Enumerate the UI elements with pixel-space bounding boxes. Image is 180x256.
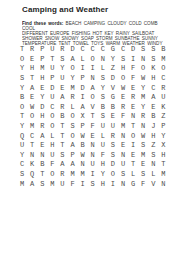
grid-cell-r6c3: Y (37, 93, 47, 103)
grid-cell-r15c15: N (158, 179, 168, 189)
grid-cell-r1c13: S (138, 45, 148, 55)
grid-cell-r15c7: I (78, 179, 88, 189)
grid-cell-r10c4: L (47, 131, 57, 141)
grid-cell-r6c1: B (17, 93, 27, 103)
grid-cell-r5c15: R (158, 83, 168, 93)
grid-cell-r5c6: M (67, 83, 77, 93)
grid-cell-r6c2: E (27, 93, 37, 103)
grid-cell-r10c11: N (118, 131, 128, 141)
grid-cell-r6c14: A (148, 93, 158, 103)
grid-cell-r12c9: F (98, 151, 108, 161)
page-title: Camping and Weather (22, 5, 108, 14)
grid-cell-r8c12: N (128, 112, 138, 122)
grid-cell-r14c12: L (128, 170, 138, 180)
grid-cell-r5c14: C (148, 83, 158, 93)
grid-cell-r9c3: R (37, 122, 47, 132)
grid-cell-r10c2: C (27, 131, 37, 141)
grid-cell-r13c2: K (27, 160, 37, 170)
grid-cell-r4c10: D (108, 74, 118, 84)
grid-cell-r15c12: G (128, 179, 138, 189)
grid-cell-r1c4: U (47, 45, 57, 55)
grid-cell-r3c5: Y (57, 64, 67, 74)
grid-cell-r6c15: U (158, 93, 168, 103)
grid-cell-r13c11: U (118, 160, 128, 170)
grid-cell-r12c11: N (118, 151, 128, 161)
grid-cell-r1c1: T (17, 45, 27, 55)
grid-cell-r2c14: S (148, 55, 158, 65)
grid-cell-r5c13: Y (138, 83, 148, 93)
grid-cell-r10c15: Y (158, 131, 168, 141)
grid-cell-r4c4: P (47, 74, 57, 84)
grid-cell-r14c5: R (57, 170, 67, 180)
grid-cell-r3c13: O (138, 64, 148, 74)
grid-cell-r2c8: O (88, 55, 98, 65)
grid-cell-r1c7: C (78, 45, 88, 55)
grid-cell-r3c7: I (78, 64, 88, 74)
grid-cell-r15c2: A (27, 179, 37, 189)
grid-cell-r6c4: U (47, 93, 57, 103)
grid-cell-r15c8: S (88, 179, 98, 189)
grid-cell-r10c14: H (148, 131, 158, 141)
grid-cell-r13c9: H (98, 160, 108, 170)
grid-cell-r4c2: T (27, 74, 37, 84)
grid-cell-r12c10: S (108, 151, 118, 161)
grid-cell-r14c11: S (118, 170, 128, 180)
grid-cell-r15c3: S (37, 179, 47, 189)
grid-cell-r5c7: D (78, 83, 88, 93)
grid-cell-r6c5: A (57, 93, 67, 103)
grid-cell-r7c7: A (78, 103, 88, 113)
grid-cell-r14c3: T (37, 170, 47, 180)
grid-cell-r2c9: N (98, 55, 108, 65)
grid-cell-r13c7: N (78, 160, 88, 170)
grid-cell-r1c9: C (98, 45, 108, 55)
grid-cell-r6c9: S (98, 93, 108, 103)
grid-cell-r7c1: O (17, 103, 27, 113)
grid-cell-r15c11: N (118, 179, 128, 189)
grid-cell-r15c5: U (57, 179, 67, 189)
word-list-line-1: Find these words: BEACH CAMPING CLOUDY C… (22, 21, 168, 31)
grid-cell-r15c9: H (98, 179, 108, 189)
grid-cell-r15c4: M (47, 179, 57, 189)
grid-cell-r14c6: M (67, 170, 77, 180)
grid-cell-r12c2: N (27, 151, 37, 161)
grid-cell-r10c13: W (138, 131, 148, 141)
grid-cell-r12c8: N (88, 151, 98, 161)
grid-cell-r11c2: T (27, 141, 37, 151)
grid-cell-r3c2: H (27, 64, 37, 74)
grid-cell-r8c11: F (118, 112, 128, 122)
grid-cell-r6c10: G (108, 93, 118, 103)
grid-cell-r3c1: Y (17, 64, 27, 74)
worksheet-page: { "game": "word-search", "title": "Campi… (0, 0, 180, 256)
grid-cell-r1c2: R (27, 45, 37, 55)
grid-cell-r2c3: P (37, 55, 47, 65)
grid-cell-r5c10: V (108, 83, 118, 93)
grid-cell-r13c15: T (158, 160, 168, 170)
grid-cell-r15c1: M (17, 179, 27, 189)
grid-cell-r5c5: E (57, 83, 67, 93)
grid-cell-r2c13: N (138, 55, 148, 65)
grid-cell-r13c8: U (88, 160, 98, 170)
grid-cell-r12c15: H (158, 151, 168, 161)
grid-cell-r13c13: E (138, 160, 148, 170)
grid-cell-r2c10: Y (108, 55, 118, 65)
grid-cell-r4c1: S (17, 74, 27, 84)
grid-cell-r11c3: E (37, 141, 47, 151)
grid-cell-r8c7: X (78, 112, 88, 122)
grid-cell-r5c8: A (88, 83, 98, 93)
grid-cell-r14c15: M (158, 170, 168, 180)
grid-cell-r7c14: E (148, 103, 158, 113)
grid-cell-r4c11: O (118, 74, 128, 84)
grid-cell-r9c14: J (148, 122, 158, 132)
grid-cell-r5c9: Y (98, 83, 108, 93)
grid-cell-r14c14: L (148, 170, 158, 180)
grid-cell-r2c2: E (27, 55, 37, 65)
grid-cell-r3c6: O (67, 64, 77, 74)
grid-cell-r12c13: M (138, 151, 148, 161)
grid-cell-r10c6: O (67, 131, 77, 141)
grid-cell-r7c5: R (57, 103, 67, 113)
grid-cell-r3c9: L (98, 64, 108, 74)
grid-cell-r4c14: H (148, 74, 158, 84)
grid-cell-r14c4: O (47, 170, 57, 180)
grid-cell-r8c4: O (47, 112, 57, 122)
grid-cell-r9c11: M (118, 122, 128, 132)
grid-cell-r5c2: A (27, 83, 37, 93)
grid-cell-r7c6: L (67, 103, 77, 113)
grid-cell-r3c4: U (47, 64, 57, 74)
grid-cell-r9c9: U (98, 122, 108, 132)
grid-cell-r1c3: P (37, 45, 47, 55)
grid-cell-r5c3: E (37, 83, 47, 93)
grid-cell-r13c6: A (67, 160, 77, 170)
grid-cell-r4c3: H (37, 74, 47, 84)
grid-cell-r2c15: M (158, 55, 168, 65)
grid-cell-r5c11: W (118, 83, 128, 93)
grid-cell-r13c12: T (128, 160, 138, 170)
grid-cell-r10c10: R (108, 131, 118, 141)
grid-cell-r2c12: I (128, 55, 138, 65)
grid-cell-r4c6: Y (67, 74, 77, 84)
grid-cell-r2c4: T (47, 55, 57, 65)
grid-cell-r14c2: Q (27, 170, 37, 180)
grid-cell-r13c5: A (57, 160, 67, 170)
grid-cell-r9c15: P (158, 122, 168, 132)
grid-cell-r12c4: U (47, 151, 57, 161)
grid-cell-r5c12: E (128, 83, 138, 93)
grid-cell-r3c10: Z (108, 64, 118, 74)
grid-cell-r8c8: T (88, 112, 98, 122)
grid-cell-r7c9: B (98, 103, 108, 113)
grid-cell-r3c3: M (37, 64, 47, 74)
grid-cell-r10c7: W (78, 131, 88, 141)
grid-cell-r11c13: S (138, 141, 148, 151)
grid-cell-r12c7: W (78, 151, 88, 161)
grid-cell-r1c8: C (88, 45, 98, 55)
grid-cell-r9c10: U (108, 122, 118, 132)
grid-cell-r4c7: P (78, 74, 88, 84)
grid-cell-r10c5: T (57, 131, 67, 141)
grid-cell-r15c14: V (148, 179, 158, 189)
grid-cell-r11c8: N (88, 141, 98, 151)
grid-cell-r8c13: R (138, 112, 148, 122)
grid-cell-r14c9: Y (98, 170, 108, 180)
grid-cell-r13c10: D (108, 160, 118, 170)
grid-cell-r11c15: X (158, 141, 168, 151)
grid-cell-r11c12: I (128, 141, 138, 151)
grid-cell-r5c1: Y (17, 83, 27, 93)
grid-cell-r1c10: G (108, 45, 118, 55)
grid-cell-r7c11: R (118, 103, 128, 113)
grid-cell-r11c4: H (47, 141, 57, 151)
grid-cell-r15c10: I (108, 179, 118, 189)
grid-cell-r11c7: B (78, 141, 88, 151)
grid-cell-r6c11: E (118, 93, 128, 103)
grid-cell-r2c6: A (67, 55, 77, 65)
grid-cell-r9c12: T (128, 122, 138, 132)
grid-cell-r7c8: V (88, 103, 98, 113)
grid-cell-r7c10: B (108, 103, 118, 113)
grid-cell-r12c3: N (37, 151, 47, 161)
grid-cell-r8c10: E (108, 112, 118, 122)
grid-cell-r9c4: O (47, 122, 57, 132)
grid-cell-r13c3: B (37, 160, 47, 170)
grid-cell-r1c6: D (67, 45, 77, 55)
grid-cell-r12c12: E (128, 151, 138, 161)
word-list: Find these words: BEACH CAMPING CLOUDY C… (22, 21, 168, 46)
grid-cell-r7c12: E (128, 103, 138, 113)
grid-cell-r8c6: O (67, 112, 77, 122)
grid-cell-r7c15: K (158, 103, 168, 113)
grid-cell-r4c8: N (88, 74, 98, 84)
grid-cell-r6c12: R (128, 93, 138, 103)
word-search-grid: TRPURDCCCGCDSSBOEPTSALONYSINSMYHMUYOIILZ… (17, 45, 168, 189)
grid-cell-r9c13: N (138, 122, 148, 132)
grid-cell-r6c7: I (78, 93, 88, 103)
grid-cell-r2c11: S (118, 55, 128, 65)
grid-cell-r3c12: F (128, 64, 138, 74)
grid-cell-r3c11: H (118, 64, 128, 74)
grid-cell-r8c3: H (37, 112, 47, 122)
grid-cell-r8c2: O (27, 112, 37, 122)
grid-cell-r2c5: S (57, 55, 67, 65)
grid-cell-r5c4: D (47, 83, 57, 93)
grid-cell-r10c1: Q (17, 131, 27, 141)
grid-cell-r12c14: S (148, 151, 158, 161)
grid-cell-r8c5: B (57, 112, 67, 122)
grid-cell-r6c13: M (138, 93, 148, 103)
grid-cell-r15c6: F (67, 179, 77, 189)
grid-cell-r10c3: A (37, 131, 47, 141)
grid-cell-r13c14: N (148, 160, 158, 170)
grid-cell-r11c10: S (108, 141, 118, 151)
grid-cell-r14c10: O (108, 170, 118, 180)
grid-cell-r3c8: I (88, 64, 98, 74)
grid-cell-r9c6: S (67, 122, 77, 132)
grid-cell-r9c1: Y (17, 122, 27, 132)
grid-cell-r1c14: S (148, 45, 158, 55)
grid-cell-r4c13: W (138, 74, 148, 84)
grid-cell-r8c9: S (98, 112, 108, 122)
grid-cell-r4c12: F (128, 74, 138, 84)
grid-cell-r2c7: L (78, 55, 88, 65)
grid-cell-r11c1: U (17, 141, 27, 151)
grid-cell-r9c5: T (57, 122, 67, 132)
grid-cell-r4c15: C (158, 74, 168, 84)
grid-cell-r1c15: B (158, 45, 168, 55)
grid-cell-r1c5: R (57, 45, 67, 55)
grid-cell-r3c14: K (148, 64, 158, 74)
grid-cell-r8c14: B (148, 112, 158, 122)
grid-cell-r6c8: O (88, 93, 98, 103)
grid-cell-r11c11: E (118, 141, 128, 151)
grid-cell-r12c6: P (67, 151, 77, 161)
grid-cell-r14c7: M (78, 170, 88, 180)
grid-cell-r4c5: U (57, 74, 67, 84)
grid-cell-r14c8: I (88, 170, 98, 180)
grid-cell-r12c1: Y (17, 151, 27, 161)
grid-cell-r3c15: O (158, 64, 168, 74)
grid-cell-r9c2: M (27, 122, 37, 132)
grid-cell-r11c5: T (57, 141, 67, 151)
grid-cell-r1c12: D (128, 45, 138, 55)
grid-cell-r14c1: S (17, 170, 27, 180)
grid-cell-r4c9: S (98, 74, 108, 84)
grid-cell-r8c1: T (17, 112, 27, 122)
grid-cell-r11c6: A (67, 141, 77, 151)
grid-cell-r2c1: O (17, 55, 27, 65)
grid-cell-r10c12: O (128, 131, 138, 141)
grid-cell-r14c13: S (138, 170, 148, 180)
grid-cell-r11c14: Z (148, 141, 158, 151)
grid-cell-r8c15: Z (158, 112, 168, 122)
grid-cell-r1c11: C (118, 45, 128, 55)
grid-cell-r7c4: C (47, 103, 57, 113)
grid-cell-r11c9: U (98, 141, 108, 151)
grid-cell-r7c3: D (37, 103, 47, 113)
grid-cell-r10c8: E (88, 131, 98, 141)
grid-cell-r15c13: F (138, 179, 148, 189)
grid-cell-r6c6: R (67, 93, 77, 103)
grid-cell-r7c13: Y (138, 103, 148, 113)
grid-cell-r13c4: F (47, 160, 57, 170)
grid-cell-r9c7: P (78, 122, 88, 132)
grid-cell-r10c9: L (98, 131, 108, 141)
grid-cell-r9c8: F (88, 122, 98, 132)
grid-cell-r7c2: W (27, 103, 37, 113)
grid-cell-r13c1: C (17, 160, 27, 170)
grid-cell-r12c5: S (57, 151, 67, 161)
